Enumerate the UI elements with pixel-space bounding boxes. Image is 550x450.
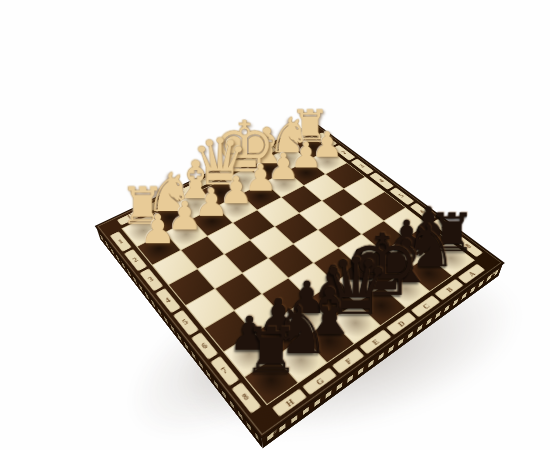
black-rook[interactable]: ♜ (243, 323, 299, 381)
perspective-wrapper: HGFEDCBA HGFEDCBA 12345678 12345678 ≈ ≈ … (148, 98, 440, 390)
white-pawn[interactable]: ♟ (140, 211, 176, 248)
photo-scene: HGFEDCBA HGFEDCBA 12345678 12345678 ≈ ≈ … (0, 0, 550, 450)
